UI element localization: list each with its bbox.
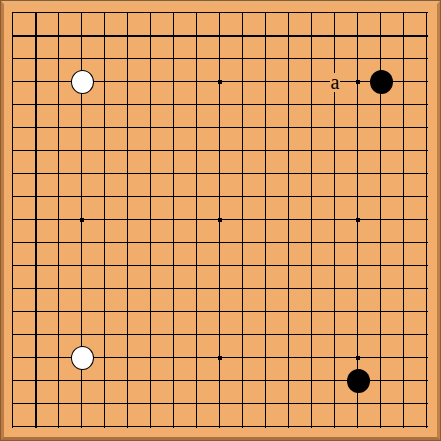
- intersection[interactable]: [25, 278, 48, 301]
- intersection[interactable]: [209, 209, 232, 232]
- intersection[interactable]: [255, 278, 278, 301]
- intersection[interactable]: [163, 48, 186, 71]
- intersection[interactable]: [255, 324, 278, 347]
- intersection[interactable]: [117, 209, 140, 232]
- intersection[interactable]: [48, 255, 71, 278]
- intersection[interactable]: [255, 301, 278, 324]
- intersection[interactable]: [232, 48, 255, 71]
- intersection[interactable]: [2, 48, 25, 71]
- intersection[interactable]: [25, 25, 48, 48]
- intersection[interactable]: [94, 140, 117, 163]
- intersection[interactable]: [186, 48, 209, 71]
- intersection[interactable]: [2, 71, 25, 94]
- intersection[interactable]: [71, 94, 94, 117]
- intersection[interactable]: [324, 117, 347, 140]
- intersection[interactable]: [94, 393, 117, 416]
- intersection[interactable]: [140, 324, 163, 347]
- intersection[interactable]: [232, 209, 255, 232]
- intersection[interactable]: [278, 255, 301, 278]
- intersection[interactable]: [301, 71, 324, 94]
- intersection[interactable]: [278, 117, 301, 140]
- intersection[interactable]: [186, 324, 209, 347]
- intersection[interactable]: [393, 2, 416, 25]
- intersection[interactable]: [416, 25, 439, 48]
- intersection[interactable]: [94, 370, 117, 393]
- intersection[interactable]: [163, 255, 186, 278]
- intersection[interactable]: [232, 301, 255, 324]
- intersection[interactable]: [347, 324, 370, 347]
- intersection[interactable]: [232, 324, 255, 347]
- intersection[interactable]: [370, 25, 393, 48]
- intersection[interactable]: [2, 232, 25, 255]
- intersection[interactable]: [117, 2, 140, 25]
- intersection[interactable]: [25, 2, 48, 25]
- intersection[interactable]: [71, 140, 94, 163]
- intersection[interactable]: [94, 232, 117, 255]
- intersection[interactable]: [278, 71, 301, 94]
- intersection[interactable]: [140, 278, 163, 301]
- intersection[interactable]: [301, 255, 324, 278]
- intersection[interactable]: [324, 25, 347, 48]
- intersection[interactable]: [163, 71, 186, 94]
- intersection[interactable]: [393, 393, 416, 416]
- intersection[interactable]: [140, 25, 163, 48]
- intersection[interactable]: [163, 278, 186, 301]
- intersection[interactable]: [232, 163, 255, 186]
- intersection[interactable]: [48, 140, 71, 163]
- intersection[interactable]: [232, 94, 255, 117]
- intersection[interactable]: [209, 25, 232, 48]
- intersection[interactable]: [255, 370, 278, 393]
- intersection[interactable]: [301, 117, 324, 140]
- intersection[interactable]: [324, 163, 347, 186]
- intersection[interactable]: [163, 2, 186, 25]
- intersection[interactable]: [278, 186, 301, 209]
- intersection[interactable]: [2, 209, 25, 232]
- intersection[interactable]: [186, 255, 209, 278]
- intersection[interactable]: [163, 416, 186, 439]
- intersection[interactable]: [140, 48, 163, 71]
- intersection[interactable]: [140, 255, 163, 278]
- intersection[interactable]: [48, 232, 71, 255]
- intersection[interactable]: [117, 393, 140, 416]
- intersection[interactable]: [301, 347, 324, 370]
- intersection[interactable]: [301, 140, 324, 163]
- intersection[interactable]: [324, 393, 347, 416]
- intersection[interactable]: [278, 301, 301, 324]
- intersection[interactable]: [347, 117, 370, 140]
- intersection[interactable]: [209, 393, 232, 416]
- intersection[interactable]: [393, 370, 416, 393]
- intersection[interactable]: [117, 71, 140, 94]
- intersection[interactable]: [278, 232, 301, 255]
- intersection[interactable]: [416, 370, 439, 393]
- intersection[interactable]: [301, 393, 324, 416]
- intersection[interactable]: [94, 25, 117, 48]
- intersection[interactable]: [393, 71, 416, 94]
- intersection[interactable]: [347, 278, 370, 301]
- intersection[interactable]: [186, 393, 209, 416]
- intersection[interactable]: [278, 25, 301, 48]
- intersection[interactable]: [140, 347, 163, 370]
- intersection[interactable]: [209, 186, 232, 209]
- intersection[interactable]: [140, 163, 163, 186]
- intersection[interactable]: [370, 117, 393, 140]
- intersection[interactable]: [71, 186, 94, 209]
- intersection[interactable]: [370, 278, 393, 301]
- intersection[interactable]: [48, 186, 71, 209]
- intersection[interactable]: [393, 163, 416, 186]
- intersection[interactable]: [370, 163, 393, 186]
- intersection[interactable]: [2, 255, 25, 278]
- intersection[interactable]: [186, 416, 209, 439]
- intersection[interactable]: [278, 347, 301, 370]
- intersection[interactable]: [94, 347, 117, 370]
- intersection[interactable]: [416, 324, 439, 347]
- intersection[interactable]: [255, 163, 278, 186]
- intersection[interactable]: [232, 117, 255, 140]
- intersection[interactable]: [117, 324, 140, 347]
- intersection[interactable]: [25, 163, 48, 186]
- intersection[interactable]: [301, 370, 324, 393]
- intersection[interactable]: [71, 25, 94, 48]
- intersection[interactable]: [163, 25, 186, 48]
- intersection[interactable]: [301, 2, 324, 25]
- black-stone[interactable]: [370, 70, 393, 94]
- intersection[interactable]: [117, 255, 140, 278]
- intersection[interactable]: [163, 370, 186, 393]
- intersection[interactable]: [48, 2, 71, 25]
- intersection[interactable]: [370, 2, 393, 25]
- intersection[interactable]: [209, 117, 232, 140]
- intersection[interactable]: [278, 416, 301, 439]
- intersection[interactable]: [94, 324, 117, 347]
- intersection[interactable]: [2, 370, 25, 393]
- intersection[interactable]: [347, 232, 370, 255]
- intersection[interactable]: [301, 209, 324, 232]
- intersection[interactable]: [370, 186, 393, 209]
- intersection[interactable]: [117, 232, 140, 255]
- intersection[interactable]: [186, 71, 209, 94]
- intersection[interactable]: [163, 232, 186, 255]
- intersection[interactable]: [324, 370, 347, 393]
- intersection[interactable]: [347, 209, 370, 232]
- intersection[interactable]: [209, 232, 232, 255]
- intersection[interactable]: [94, 2, 117, 25]
- intersection[interactable]: [117, 186, 140, 209]
- intersection[interactable]: [255, 186, 278, 209]
- intersection[interactable]: [186, 301, 209, 324]
- intersection[interactable]: [25, 232, 48, 255]
- intersection[interactable]: [140, 71, 163, 94]
- intersection[interactable]: [278, 278, 301, 301]
- intersection[interactable]: [324, 94, 347, 117]
- intersection[interactable]: [255, 2, 278, 25]
- intersection[interactable]: [71, 117, 94, 140]
- intersection[interactable]: [25, 393, 48, 416]
- intersection[interactable]: [209, 163, 232, 186]
- intersection[interactable]: [140, 232, 163, 255]
- intersection[interactable]: [255, 209, 278, 232]
- intersection[interactable]: [255, 71, 278, 94]
- intersection[interactable]: [278, 163, 301, 186]
- intersection[interactable]: [94, 301, 117, 324]
- intersection[interactable]: [140, 301, 163, 324]
- intersection[interactable]: [94, 117, 117, 140]
- intersection[interactable]: [117, 416, 140, 439]
- white-stone[interactable]: [71, 346, 94, 370]
- intersection[interactable]: [370, 232, 393, 255]
- intersection[interactable]: [186, 347, 209, 370]
- intersection[interactable]: [393, 324, 416, 347]
- intersection[interactable]: [393, 347, 416, 370]
- intersection[interactable]: [94, 163, 117, 186]
- intersection[interactable]: [94, 255, 117, 278]
- intersection[interactable]: [186, 2, 209, 25]
- intersection[interactable]: [416, 232, 439, 255]
- intersection[interactable]: [186, 117, 209, 140]
- intersection[interactable]: [347, 25, 370, 48]
- intersection[interactable]: [186, 163, 209, 186]
- intersection[interactable]: [232, 140, 255, 163]
- intersection[interactable]: [209, 48, 232, 71]
- intersection[interactable]: [347, 140, 370, 163]
- intersection[interactable]: [71, 370, 94, 393]
- intersection[interactable]: [117, 140, 140, 163]
- intersection[interactable]: [370, 393, 393, 416]
- intersection[interactable]: [25, 140, 48, 163]
- intersection[interactable]: [393, 117, 416, 140]
- intersection[interactable]: [232, 278, 255, 301]
- intersection[interactable]: [416, 48, 439, 71]
- intersection[interactable]: [71, 324, 94, 347]
- intersection[interactable]: [140, 370, 163, 393]
- intersection[interactable]: [324, 48, 347, 71]
- intersection[interactable]: [186, 140, 209, 163]
- intersection[interactable]: [416, 416, 439, 439]
- intersection[interactable]: [416, 117, 439, 140]
- intersection[interactable]: [393, 278, 416, 301]
- intersection[interactable]: [370, 140, 393, 163]
- intersection[interactable]: [324, 347, 347, 370]
- intersection[interactable]: [71, 2, 94, 25]
- intersection[interactable]: [416, 71, 439, 94]
- intersection[interactable]: [393, 48, 416, 71]
- intersection[interactable]: [140, 117, 163, 140]
- intersection[interactable]: [25, 347, 48, 370]
- white-stone[interactable]: [71, 70, 94, 94]
- intersection[interactable]: [71, 48, 94, 71]
- intersection[interactable]: [393, 416, 416, 439]
- intersection[interactable]: [48, 347, 71, 370]
- intersection[interactable]: [2, 25, 25, 48]
- intersection[interactable]: [209, 301, 232, 324]
- intersection[interactable]: [347, 255, 370, 278]
- intersection[interactable]: [163, 117, 186, 140]
- intersection[interactable]: [278, 48, 301, 71]
- intersection[interactable]: [347, 370, 370, 393]
- intersection[interactable]: [71, 71, 94, 94]
- intersection[interactable]: [232, 393, 255, 416]
- intersection[interactable]: [347, 186, 370, 209]
- intersection[interactable]: [94, 186, 117, 209]
- intersection[interactable]: [25, 48, 48, 71]
- intersection[interactable]: [71, 209, 94, 232]
- intersection[interactable]: [393, 232, 416, 255]
- intersection[interactable]: [255, 393, 278, 416]
- intersection[interactable]: [232, 186, 255, 209]
- intersection[interactable]: [25, 117, 48, 140]
- intersection[interactable]: [393, 94, 416, 117]
- intersection[interactable]: [71, 393, 94, 416]
- intersection[interactable]: [416, 393, 439, 416]
- intersection[interactable]: [393, 255, 416, 278]
- intersection[interactable]: [370, 209, 393, 232]
- point-label-a[interactable]: a: [330, 73, 341, 92]
- intersection[interactable]: [232, 71, 255, 94]
- intersection[interactable]: [209, 416, 232, 439]
- intersection[interactable]: [2, 163, 25, 186]
- intersection[interactable]: [71, 278, 94, 301]
- intersection[interactable]: [25, 416, 48, 439]
- intersection[interactable]: [232, 2, 255, 25]
- intersection[interactable]: [48, 278, 71, 301]
- intersection[interactable]: [416, 163, 439, 186]
- intersection[interactable]: [347, 347, 370, 370]
- intersection[interactable]: [140, 140, 163, 163]
- intersection[interactable]: [232, 232, 255, 255]
- intersection[interactable]: [370, 71, 393, 94]
- intersection[interactable]: [140, 209, 163, 232]
- intersection[interactable]: [186, 186, 209, 209]
- intersection[interactable]: [163, 209, 186, 232]
- intersection[interactable]: [416, 278, 439, 301]
- intersection[interactable]: [347, 48, 370, 71]
- intersection[interactable]: [48, 48, 71, 71]
- intersection[interactable]: [370, 347, 393, 370]
- intersection[interactable]: [140, 416, 163, 439]
- intersection[interactable]: [255, 117, 278, 140]
- intersection[interactable]: [324, 278, 347, 301]
- intersection[interactable]: [278, 209, 301, 232]
- intersection[interactable]: [232, 347, 255, 370]
- intersection[interactable]: [48, 301, 71, 324]
- intersection[interactable]: [416, 2, 439, 25]
- intersection[interactable]: [255, 232, 278, 255]
- intersection[interactable]: [301, 324, 324, 347]
- intersection[interactable]: [71, 232, 94, 255]
- intersection[interactable]: [25, 301, 48, 324]
- intersection[interactable]: [25, 209, 48, 232]
- intersection[interactable]: [370, 48, 393, 71]
- intersection[interactable]: [140, 186, 163, 209]
- intersection[interactable]: [48, 393, 71, 416]
- intersection[interactable]: [2, 301, 25, 324]
- intersection[interactable]: [232, 370, 255, 393]
- intersection[interactable]: [324, 324, 347, 347]
- intersection[interactable]: [140, 94, 163, 117]
- intersection[interactable]: [94, 278, 117, 301]
- intersection[interactable]: [48, 416, 71, 439]
- intersection[interactable]: [232, 416, 255, 439]
- intersection[interactable]: [416, 255, 439, 278]
- intersection[interactable]: [301, 301, 324, 324]
- intersection[interactable]: [278, 94, 301, 117]
- intersection[interactable]: [186, 370, 209, 393]
- intersection[interactable]: [278, 324, 301, 347]
- intersection[interactable]: [209, 255, 232, 278]
- intersection[interactable]: [71, 347, 94, 370]
- intersection[interactable]: [255, 94, 278, 117]
- intersection[interactable]: [416, 94, 439, 117]
- intersection[interactable]: [209, 71, 232, 94]
- intersection[interactable]: [2, 2, 25, 25]
- intersection[interactable]: [140, 2, 163, 25]
- intersection[interactable]: [117, 163, 140, 186]
- intersection[interactable]: [347, 163, 370, 186]
- intersection[interactable]: [186, 209, 209, 232]
- intersection[interactable]: [393, 186, 416, 209]
- intersection[interactable]: [347, 416, 370, 439]
- intersection[interactable]: [301, 48, 324, 71]
- intersection[interactable]: [255, 416, 278, 439]
- intersection[interactable]: [163, 324, 186, 347]
- intersection[interactable]: [324, 232, 347, 255]
- intersection[interactable]: [393, 301, 416, 324]
- intersection[interactable]: [301, 163, 324, 186]
- intersection[interactable]: [94, 209, 117, 232]
- intersection[interactable]: [278, 140, 301, 163]
- intersection[interactable]: [209, 94, 232, 117]
- intersection[interactable]: [255, 140, 278, 163]
- intersection[interactable]: [347, 2, 370, 25]
- black-stone[interactable]: [347, 369, 370, 393]
- intersection[interactable]: [278, 2, 301, 25]
- intersection[interactable]: [347, 301, 370, 324]
- intersection[interactable]: [48, 209, 71, 232]
- intersection[interactable]: [2, 324, 25, 347]
- intersection[interactable]: [301, 186, 324, 209]
- intersection[interactable]: [416, 209, 439, 232]
- intersection[interactable]: [71, 301, 94, 324]
- intersection[interactable]: [2, 347, 25, 370]
- intersection[interactable]: [163, 163, 186, 186]
- intersection[interactable]: [163, 393, 186, 416]
- intersection[interactable]: [393, 140, 416, 163]
- intersection[interactable]: [301, 94, 324, 117]
- intersection[interactable]: [209, 347, 232, 370]
- intersection[interactable]: [393, 25, 416, 48]
- intersection[interactable]: [94, 94, 117, 117]
- intersection[interactable]: [370, 416, 393, 439]
- intersection[interactable]: [163, 140, 186, 163]
- intersection[interactable]: [370, 370, 393, 393]
- intersection[interactable]: [232, 25, 255, 48]
- intersection[interactable]: [370, 94, 393, 117]
- intersection[interactable]: [255, 48, 278, 71]
- intersection[interactable]: [370, 324, 393, 347]
- intersection[interactable]: [71, 416, 94, 439]
- intersection[interactable]: [370, 255, 393, 278]
- intersection[interactable]: [117, 117, 140, 140]
- intersection[interactable]: [209, 370, 232, 393]
- intersection[interactable]: [324, 416, 347, 439]
- intersection[interactable]: [140, 393, 163, 416]
- intersection[interactable]: [163, 301, 186, 324]
- intersection[interactable]: [2, 393, 25, 416]
- intersection[interactable]: [25, 255, 48, 278]
- intersection[interactable]: [209, 2, 232, 25]
